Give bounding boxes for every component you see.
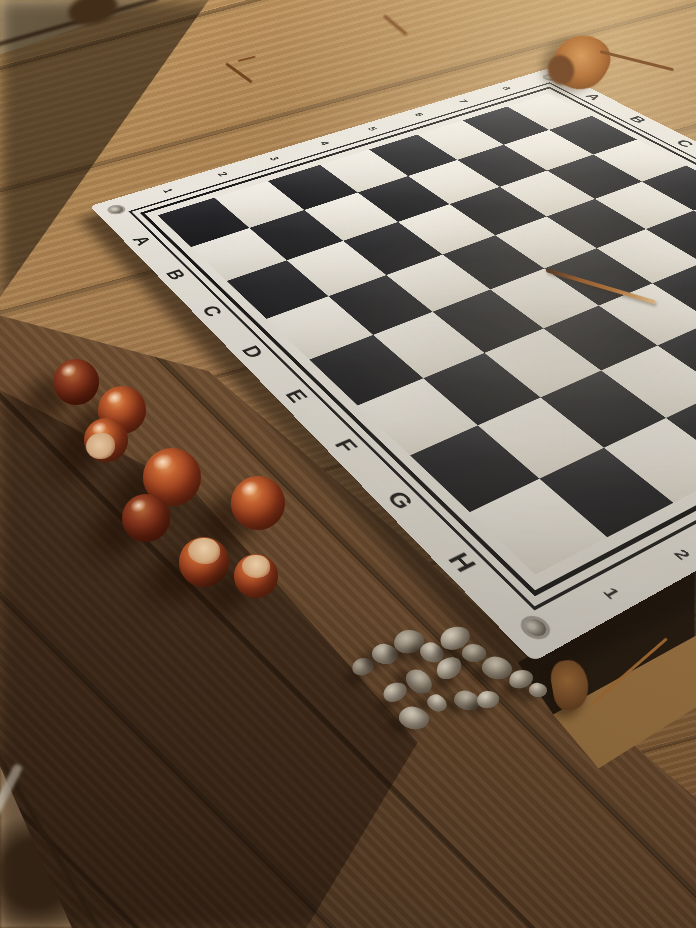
- chestnut: [179, 537, 229, 587]
- photo-empty-chessboard-scene: { "game": "chess", "position_fen": "8/8/…: [0, 0, 696, 928]
- corner-rivet-icon: [519, 616, 549, 639]
- rank-label-4-top: 4: [317, 140, 332, 146]
- rank-label-5-top: 5: [366, 126, 380, 132]
- rank-label-3-top: 3: [267, 155, 282, 161]
- file-label-c-right: C: [671, 138, 696, 149]
- rank-label-2-top: 2: [215, 171, 230, 178]
- chestnut: [122, 494, 170, 542]
- chestnut: [53, 359, 99, 405]
- rank-label-2-bottom: 2: [670, 547, 694, 562]
- file-label-g-left: G: [379, 488, 420, 514]
- file-label-h-left: H: [440, 548, 482, 576]
- chestnut: [231, 476, 285, 530]
- file-label-a-left: A: [127, 234, 156, 248]
- file-label-f-left: F: [327, 435, 363, 456]
- rank-label-6-top: 6: [412, 112, 426, 118]
- chestnut: [234, 554, 278, 598]
- rank-label-8-top: 8: [500, 86, 514, 91]
- file-label-d-left: D: [235, 343, 269, 362]
- chestnut: [84, 418, 128, 462]
- file-label-b-right: B: [624, 114, 650, 124]
- rank-label-1-bottom: 1: [600, 584, 624, 600]
- file-label-c-left: C: [195, 303, 227, 320]
- file-label-e-left: E: [279, 387, 314, 407]
- file-label-a-right: A: [581, 92, 606, 102]
- file-label-b-left: B: [160, 267, 190, 283]
- rank-label-1-top: 1: [161, 187, 177, 194]
- corner-rivet-icon: [107, 205, 125, 215]
- rank-label-7-top: 7: [457, 99, 471, 104]
